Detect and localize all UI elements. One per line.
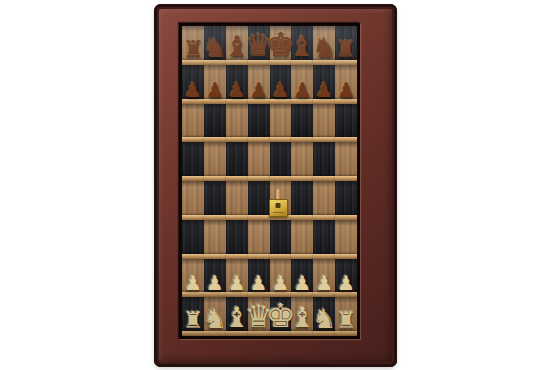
piece-black-pawn[interactable]: ♟ [271,80,289,100]
piece-black-rook[interactable]: ♜ [183,38,204,61]
square-a6[interactable] [182,104,204,143]
square-b7[interactable]: ♟ [204,65,226,104]
nameplate-plate [269,199,288,217]
brass-nameplate [267,189,289,217]
square-a8[interactable]: ♜ [182,26,204,65]
square-a2[interactable]: ♟ [182,259,204,298]
square-f2[interactable]: ♟ [291,259,313,298]
square-d5[interactable] [248,142,270,181]
product-photo-background: ♜♞♝♛♚♝♞♜♟♟♟♟♟♟♟♟♟♟♟♟♟♟♟♟♜♞♝♛♚♝♞♜ [0,0,540,370]
square-c2[interactable]: ♟ [226,259,248,298]
square-g8[interactable]: ♞ [313,26,335,65]
piece-black-pawn[interactable]: ♟ [337,80,355,100]
square-h3[interactable] [335,220,357,259]
board-inner-border: ♜♞♝♛♚♝♞♜♟♟♟♟♟♟♟♟♟♟♟♟♟♟♟♟♜♞♝♛♚♝♞♜ [179,23,360,339]
square-h4[interactable] [335,181,357,220]
square-e5[interactable] [270,142,292,181]
piece-white-pawn[interactable]: ♟ [250,273,268,293]
square-e2[interactable]: ♟ [270,259,292,298]
square-a1[interactable]: ♜ [182,297,204,336]
square-e8[interactable]: ♚ [270,26,292,65]
piece-black-pawn[interactable]: ♟ [206,80,224,100]
square-e7[interactable]: ♟ [270,65,292,104]
square-c5[interactable] [226,142,248,181]
square-h1[interactable]: ♜ [335,297,357,336]
chess-board: ♜♞♝♛♚♝♞♜♟♟♟♟♟♟♟♟♟♟♟♟♟♟♟♟♜♞♝♛♚♝♞♜ [182,26,357,336]
square-c7[interactable]: ♟ [226,65,248,104]
piece-white-pawn[interactable]: ♟ [206,273,224,293]
wall-frame: ♜♞♝♛♚♝♞♜♟♟♟♟♟♟♟♟♟♟♟♟♟♟♟♟♜♞♝♛♚♝♞♜ [154,4,397,367]
piece-black-rook[interactable]: ♜ [336,38,357,61]
square-g6[interactable] [313,104,335,143]
square-c4[interactable] [226,181,248,220]
square-g3[interactable] [313,220,335,259]
nameplate-emblem [276,203,281,208]
square-g2[interactable]: ♟ [313,259,335,298]
square-f4[interactable] [291,181,313,220]
square-f6[interactable] [291,104,313,143]
square-h7[interactable]: ♟ [335,65,357,104]
square-a3[interactable] [182,220,204,259]
square-h8[interactable]: ♜ [335,26,357,65]
piece-black-pawn[interactable]: ♟ [315,80,333,100]
square-a7[interactable]: ♟ [182,65,204,104]
square-b2[interactable]: ♟ [204,259,226,298]
square-g7[interactable]: ♟ [313,65,335,104]
square-b1[interactable]: ♞ [204,297,226,336]
square-b4[interactable] [204,181,226,220]
square-h6[interactable] [335,104,357,143]
square-a4[interactable] [182,181,204,220]
square-a5[interactable] [182,142,204,181]
square-g4[interactable] [313,181,335,220]
piece-black-pawn[interactable]: ♟ [184,80,202,100]
square-h5[interactable] [335,142,357,181]
square-d2[interactable]: ♟ [248,259,270,298]
square-h2[interactable]: ♟ [335,259,357,298]
square-g1[interactable]: ♞ [313,297,335,336]
square-e3[interactable] [270,220,292,259]
square-d3[interactable] [248,220,270,259]
square-c3[interactable] [226,220,248,259]
nameplate-engraving-line [273,212,284,213]
square-b8[interactable]: ♞ [204,26,226,65]
square-f8[interactable]: ♝ [291,26,313,65]
square-f7[interactable]: ♟ [291,65,313,104]
piece-black-pawn[interactable]: ♟ [228,80,246,100]
piece-white-rook[interactable]: ♜ [183,309,204,332]
square-b3[interactable] [204,220,226,259]
square-b6[interactable] [204,104,226,143]
square-e1[interactable]: ♚ [270,297,292,336]
piece-black-knight[interactable]: ♞ [312,34,336,61]
square-c6[interactable] [226,104,248,143]
square-d6[interactable] [248,104,270,143]
square-f5[interactable] [291,142,313,181]
piece-white-pawn[interactable]: ♟ [271,273,289,293]
piece-white-pawn[interactable]: ♟ [315,273,333,293]
piece-black-pawn[interactable]: ♟ [250,80,268,100]
piece-white-rook[interactable]: ♜ [336,309,357,332]
piece-black-pawn[interactable]: ♟ [293,80,311,100]
piece-white-pawn[interactable]: ♟ [228,273,246,293]
square-f1[interactable]: ♝ [291,297,313,336]
square-e6[interactable] [270,104,292,143]
piece-white-pawn[interactable]: ♟ [337,273,355,293]
square-d7[interactable]: ♟ [248,65,270,104]
square-f3[interactable] [291,220,313,259]
piece-white-pawn[interactable]: ♟ [184,273,202,293]
piece-white-knight[interactable]: ♞ [312,305,336,332]
square-g5[interactable] [313,142,335,181]
square-b5[interactable] [204,142,226,181]
piece-white-pawn[interactable]: ♟ [293,273,311,293]
